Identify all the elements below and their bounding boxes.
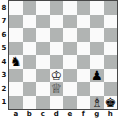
square-e8[interactable] <box>63 1 77 15</box>
square-f6[interactable] <box>77 28 91 42</box>
rank-label-3: 3 <box>0 69 8 83</box>
square-d7[interactable] <box>50 15 64 29</box>
square-g4[interactable] <box>90 55 104 69</box>
square-b2[interactable] <box>23 82 37 96</box>
square-g7[interactable] <box>90 15 104 29</box>
square-g5[interactable] <box>90 42 104 56</box>
square-h8[interactable] <box>104 1 118 15</box>
square-b1[interactable] <box>23 96 37 110</box>
square-c2[interactable] <box>36 82 50 96</box>
square-d1[interactable] <box>50 96 64 110</box>
square-a7[interactable] <box>9 15 23 29</box>
square-c5[interactable] <box>36 42 50 56</box>
rank-label-2: 2 <box>0 82 8 96</box>
square-f1[interactable] <box>77 96 91 110</box>
square-e1[interactable] <box>63 96 77 110</box>
square-f2[interactable] <box>77 82 91 96</box>
square-d2[interactable]: ♕ <box>50 82 64 96</box>
square-a5[interactable] <box>9 42 23 56</box>
file-label-a: a <box>9 109 23 118</box>
square-d4[interactable] <box>50 55 64 69</box>
square-c7[interactable] <box>36 15 50 29</box>
rank-labels: 87654321 <box>0 1 8 109</box>
square-e5[interactable] <box>63 42 77 56</box>
square-f3[interactable] <box>77 69 91 83</box>
square-a3[interactable] <box>9 69 23 83</box>
square-c1[interactable] <box>36 96 50 110</box>
white-queen[interactable]: ♕ <box>50 82 62 96</box>
square-g6[interactable] <box>90 28 104 42</box>
chess-diagram: 87654321 ♞♔♟♕♗♚ abcdefgh <box>0 0 118 118</box>
square-b6[interactable] <box>23 28 37 42</box>
square-g2[interactable] <box>90 82 104 96</box>
rank-label-7: 7 <box>0 15 8 29</box>
square-c6[interactable] <box>36 28 50 42</box>
square-e4[interactable] <box>63 55 77 69</box>
square-a8[interactable] <box>9 1 23 15</box>
white-bishop[interactable]: ♗ <box>91 96 103 110</box>
square-f7[interactable] <box>77 15 91 29</box>
square-a4[interactable]: ♞ <box>9 55 23 69</box>
square-c4[interactable] <box>36 55 50 69</box>
square-h4[interactable] <box>104 55 118 69</box>
rank-label-5: 5 <box>0 42 8 56</box>
square-d6[interactable] <box>50 28 64 42</box>
chess-board[interactable]: ♞♔♟♕♗♚ <box>8 0 118 110</box>
square-h6[interactable] <box>104 28 118 42</box>
square-c8[interactable] <box>36 1 50 15</box>
square-a2[interactable] <box>9 82 23 96</box>
square-h1[interactable]: ♚ <box>104 96 118 110</box>
square-d3[interactable]: ♔ <box>50 69 64 83</box>
square-g1[interactable]: ♗ <box>90 96 104 110</box>
white-king[interactable]: ♔ <box>50 69 62 83</box>
square-a1[interactable] <box>9 96 23 110</box>
rank-label-4: 4 <box>0 55 8 69</box>
rank-label-8: 8 <box>0 1 8 15</box>
square-h2[interactable] <box>104 82 118 96</box>
square-d8[interactable] <box>50 1 64 15</box>
square-f8[interactable] <box>77 1 91 15</box>
file-label-h: h <box>104 109 118 118</box>
rank-label-1: 1 <box>0 96 8 110</box>
square-d5[interactable] <box>50 42 64 56</box>
square-e7[interactable] <box>63 15 77 29</box>
square-b3[interactable] <box>23 69 37 83</box>
square-c3[interactable] <box>36 69 50 83</box>
file-label-c: c <box>36 109 50 118</box>
square-f5[interactable] <box>77 42 91 56</box>
file-label-f: f <box>77 109 91 118</box>
square-h7[interactable] <box>104 15 118 29</box>
square-e2[interactable] <box>63 82 77 96</box>
square-b8[interactable] <box>23 1 37 15</box>
file-label-g: g <box>90 109 104 118</box>
square-g8[interactable] <box>90 1 104 15</box>
square-b5[interactable] <box>23 42 37 56</box>
file-label-b: b <box>23 109 37 118</box>
square-b4[interactable] <box>23 55 37 69</box>
square-h5[interactable] <box>104 42 118 56</box>
square-b7[interactable] <box>23 15 37 29</box>
rank-label-6: 6 <box>0 28 8 42</box>
square-e3[interactable] <box>63 69 77 83</box>
square-e6[interactable] <box>63 28 77 42</box>
black-king[interactable]: ♚ <box>104 96 116 110</box>
square-h3[interactable] <box>104 69 118 83</box>
file-label-e: e <box>63 109 77 118</box>
square-g3[interactable]: ♟ <box>90 69 104 83</box>
square-a6[interactable] <box>9 28 23 42</box>
file-labels: abcdefgh <box>9 109 117 118</box>
file-label-d: d <box>50 109 64 118</box>
square-f4[interactable] <box>77 55 91 69</box>
black-pawn[interactable]: ♟ <box>91 69 103 83</box>
black-knight[interactable]: ♞ <box>10 55 22 69</box>
